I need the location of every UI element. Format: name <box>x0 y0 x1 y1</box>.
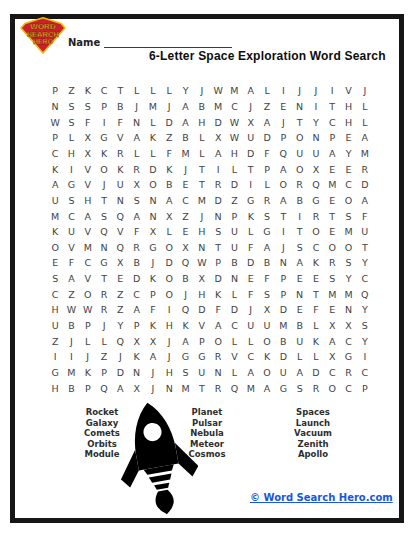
grid-cell: Q <box>177 255 193 271</box>
grid-cell: S <box>63 193 79 209</box>
grid-cell: J <box>177 161 193 177</box>
grid-cell: S <box>340 208 356 224</box>
grid-cell: C <box>63 208 79 224</box>
grid-cell: J <box>357 83 373 99</box>
grid-cell: K <box>308 255 324 271</box>
grid-cell: R <box>308 208 324 224</box>
grid-cell: X <box>243 114 259 130</box>
grid-cell: N <box>128 365 144 381</box>
grid-cell: U <box>308 146 324 162</box>
grid-cell: L <box>194 130 210 146</box>
grid-cell: C <box>308 239 324 255</box>
grid-cell: D <box>308 365 324 381</box>
grid-cell: A <box>291 255 307 271</box>
grid-cell: L <box>226 286 242 302</box>
grid-cell: L <box>128 146 144 162</box>
grid-cell: U <box>275 365 291 381</box>
word-search-hero-logo: WORD SEARCH HERO <box>20 17 66 54</box>
grid-cell: E <box>243 271 259 287</box>
grid-cell: N <box>210 208 226 224</box>
grid-cell: A <box>275 193 291 209</box>
grid-cell: Q <box>96 380 112 396</box>
grid-cell: J <box>96 177 112 193</box>
grid-cell: L <box>259 177 275 193</box>
grid-cell: P <box>275 130 291 146</box>
grid-cell: T <box>96 193 112 209</box>
grid-cell: E <box>47 255 63 271</box>
grid-cell: U <box>226 239 242 255</box>
grid-cell: F <box>112 114 128 130</box>
grid-cell: X <box>112 255 128 271</box>
grid-cell: S <box>259 208 275 224</box>
grid-cell: E <box>112 271 128 287</box>
grid-cell: N <box>128 114 144 130</box>
grid-cell: F <box>80 114 96 130</box>
grid-cell: M <box>210 99 226 115</box>
grid-cell: A <box>210 318 226 334</box>
grid-cell: L <box>63 130 79 146</box>
grid-cell: D <box>243 255 259 271</box>
grid-cell: S <box>340 255 356 271</box>
grid-cell: F <box>243 239 259 255</box>
grid-cell: O <box>340 239 356 255</box>
grid-cell: S <box>210 224 226 240</box>
grid-cell: L <box>308 349 324 365</box>
grid-cell: X <box>177 239 193 255</box>
grid-cell: D <box>357 177 373 193</box>
grid-cell: Q <box>357 286 373 302</box>
grid-cell: J <box>275 239 291 255</box>
grid-cell: V <box>112 224 128 240</box>
grid-cell: O <box>291 161 307 177</box>
grid-cell: Z <box>177 208 193 224</box>
grid-cell: A <box>291 365 307 381</box>
grid-cell: H <box>340 99 356 115</box>
grid-cell: M <box>177 146 193 162</box>
grid-cell: N <box>96 239 112 255</box>
grid-cell: C <box>340 333 356 349</box>
grid-cell: A <box>259 380 275 396</box>
grid-cell: A <box>259 114 275 130</box>
grid-cell: C <box>243 349 259 365</box>
grid-cell: D <box>226 302 242 318</box>
grid-cell: P <box>47 130 63 146</box>
grid-cell: F <box>308 302 324 318</box>
rocket-flame <box>154 489 176 516</box>
logo-text-hero: HERO <box>33 38 54 45</box>
grid-cell: J <box>96 318 112 334</box>
grid-cell: V <box>80 177 96 193</box>
grid-cell: N <box>275 255 291 271</box>
grid-cell: C <box>324 365 340 381</box>
grid-cell: L <box>145 83 161 99</box>
grid-cell: X <box>308 161 324 177</box>
grid-cell: S <box>324 271 340 287</box>
grid-cell: O <box>161 239 177 255</box>
grid-cell: E <box>324 193 340 209</box>
grid-cell: X <box>145 224 161 240</box>
grid-cell: N <box>291 99 307 115</box>
grid-cell: S <box>259 286 275 302</box>
grid-cell: K <box>47 161 63 177</box>
grid-cell: J <box>145 380 161 396</box>
grid-cell: X <box>324 318 340 334</box>
grid-cell: L <box>226 333 242 349</box>
grid-cell: O <box>259 365 275 381</box>
grid-cell: P <box>47 83 63 99</box>
grid-cell: O <box>324 239 340 255</box>
grid-cell: N <box>112 193 128 209</box>
grid-cell: S <box>291 239 307 255</box>
grid-cell: U <box>112 177 128 193</box>
grid-cell: T <box>291 224 307 240</box>
grid-cell: J <box>112 349 128 365</box>
grid-cell: L <box>145 114 161 130</box>
grid-cell: B <box>63 380 79 396</box>
page-title: 6-Letter Space Exploration Word Search <box>149 49 386 63</box>
grid-cell: B <box>161 177 177 193</box>
grid-cell: F <box>243 286 259 302</box>
grid-cell: J <box>63 333 79 349</box>
grid-cell: G <box>96 130 112 146</box>
grid-cell: F <box>259 271 275 287</box>
grid-cell: N <box>194 239 210 255</box>
grid-cell: L <box>357 114 373 130</box>
grid-cell: K <box>243 208 259 224</box>
grid-cell: T <box>357 239 373 255</box>
grid-cell: U <box>291 333 307 349</box>
grid-cell: G <box>145 239 161 255</box>
grid-cell: C <box>357 365 373 381</box>
grid-cell: T <box>275 208 291 224</box>
grid-cell: I <box>96 114 112 130</box>
grid-cell: O <box>324 380 340 396</box>
grid-cell: Z <box>63 83 79 99</box>
grid-cell: L <box>80 333 96 349</box>
grid-cell: R <box>291 177 307 193</box>
grid-cell: Y <box>177 83 193 99</box>
grid-cell: A <box>128 208 144 224</box>
grid-cell: P <box>275 286 291 302</box>
grid-cell: R <box>357 161 373 177</box>
grid-cell: L <box>226 365 242 381</box>
grid-cell: D <box>128 271 144 287</box>
rocket-nozzle-3 <box>154 483 170 490</box>
grid-cell: R <box>308 380 324 396</box>
grid-cell: M <box>80 239 96 255</box>
grid-cell: M <box>226 83 242 99</box>
grid-cell: Y <box>340 271 356 287</box>
grid-cell: H <box>226 146 242 162</box>
grid-cell: H <box>161 318 177 334</box>
grid-cell: T <box>308 286 324 302</box>
grid-cell: M <box>357 146 373 162</box>
grid-cell: S <box>63 99 79 115</box>
grid-cell: U <box>47 318 63 334</box>
word-list-item: Zenith <box>267 439 359 450</box>
grid-cell: G <box>340 349 356 365</box>
grid-cell: O <box>80 286 96 302</box>
grid-cell: N <box>161 380 177 396</box>
grid-cell: D <box>210 114 226 130</box>
grid-cell: O <box>340 193 356 209</box>
grid-cell: G <box>243 193 259 209</box>
grid-cell: F <box>210 302 226 318</box>
grid-cell: R <box>340 365 356 381</box>
grid-cell: J <box>243 302 259 318</box>
grid-cell: T <box>194 380 210 396</box>
grid-cell: P <box>226 208 242 224</box>
grid-cell: R <box>96 302 112 318</box>
grid-cell: K <box>96 146 112 162</box>
name-row: Name <box>68 35 232 48</box>
grid-cell: V <box>80 271 96 287</box>
grid-cell: O <box>47 239 63 255</box>
grid-cell: D <box>210 193 226 209</box>
grid-cell: H <box>194 286 210 302</box>
grid-cell: X <box>259 302 275 318</box>
grid-cell: X <box>340 318 356 334</box>
grid-cell: D <box>243 146 259 162</box>
grid-cell: N <box>308 130 324 146</box>
grid-cell: L <box>243 333 259 349</box>
grid-cell: I <box>275 83 291 99</box>
grid-cell: Q <box>275 146 291 162</box>
grid-cell: U <box>259 318 275 334</box>
grid-cell: D <box>275 302 291 318</box>
grid-cell: E <box>177 177 193 193</box>
grid-cell: W <box>47 114 63 130</box>
grid-cell: K <box>210 286 226 302</box>
grid-cell: T <box>96 271 112 287</box>
grid-cell: J <box>161 99 177 115</box>
grid-cell: K <box>161 161 177 177</box>
grid-cell: N <box>210 365 226 381</box>
grid-cell: T <box>291 114 307 130</box>
grid-cell: L <box>128 83 144 99</box>
word-search-hero-link[interactable]: © Word Search Hero.com <box>250 492 393 503</box>
grid-cell: D <box>194 302 210 318</box>
grid-cell: G <box>308 193 324 209</box>
grid-cell: K <box>145 318 161 334</box>
grid-cell: J <box>145 255 161 271</box>
grid-cell: K <box>259 349 275 365</box>
grid-cell: J <box>243 99 259 115</box>
grid-cell: P <box>96 365 112 381</box>
grid-cell: O <box>161 271 177 287</box>
grid-cell: P <box>324 130 340 146</box>
grid-cell: M <box>63 365 79 381</box>
grid-cell: C <box>226 318 242 334</box>
grid-cell: Q <box>96 224 112 240</box>
grid-cell: M <box>145 99 161 115</box>
grid-cell: C <box>128 286 144 302</box>
grid-cell: P <box>210 255 226 271</box>
grid-cell: F <box>259 146 275 162</box>
word-list-item: Apollo <box>267 449 359 460</box>
grid-cell: E <box>324 302 340 318</box>
grid-cell: G <box>96 255 112 271</box>
grid-cell: Y <box>357 302 373 318</box>
grid-cell: L <box>145 146 161 162</box>
grid-cell: I <box>324 83 340 99</box>
grid-cell: J <box>291 83 307 99</box>
grid-cell: N <box>47 99 63 115</box>
grid-cell: P <box>275 271 291 287</box>
grid-cell: R <box>112 146 128 162</box>
grid-cell: B <box>112 99 128 115</box>
grid-cell: O <box>210 333 226 349</box>
grid-cell: F <box>357 208 373 224</box>
grid-cell: Q <box>112 239 128 255</box>
grid-cell: S <box>291 380 307 396</box>
grid-cell: G <box>177 349 193 365</box>
word-list-item: Vacuum <box>267 428 359 439</box>
grid-cell: A <box>243 83 259 99</box>
grid-cell: X <box>161 208 177 224</box>
grid-cell: Q <box>112 208 128 224</box>
grid-cell: L <box>243 224 259 240</box>
grid-cell: Q <box>177 302 193 318</box>
grid-cell: Y <box>357 333 373 349</box>
grid-cell: H <box>47 302 63 318</box>
grid-cell: G <box>259 224 275 240</box>
grid-cell: K <box>308 333 324 349</box>
grid-cell: J <box>80 349 96 365</box>
grid-cell: C <box>340 380 356 396</box>
grid-cell: A <box>145 349 161 365</box>
grid-cell: V <box>340 83 356 99</box>
grid-cell: U <box>226 224 242 240</box>
grid-cell: D <box>145 161 161 177</box>
name-label: Name <box>68 37 100 48</box>
grid-cell: E <box>340 130 356 146</box>
grid-cell: P <box>145 286 161 302</box>
grid-cell: R <box>210 349 226 365</box>
grid-cell: M <box>340 224 356 240</box>
grid-cell: L <box>96 333 112 349</box>
grid-cell: J <box>161 349 177 365</box>
grid-cell: X <box>210 130 226 146</box>
grid-cell: D <box>275 349 291 365</box>
grid-cell: V <box>226 349 242 365</box>
grid-cell: J <box>308 83 324 99</box>
grid-cell: C <box>47 146 63 162</box>
grid-cell: J <box>275 114 291 130</box>
grid-cell: B <box>177 130 193 146</box>
rocket-illustration <box>116 400 198 517</box>
grid-cell: C <box>357 271 373 287</box>
grid-cell: D <box>161 114 177 130</box>
grid-cell: N <box>145 208 161 224</box>
grid-cell: J <box>128 99 144 115</box>
grid-cell: A <box>177 333 193 349</box>
rocket-nozzle-2 <box>149 473 173 483</box>
grid-cell: Z <box>63 286 79 302</box>
grid-cell: U <box>194 365 210 381</box>
grid-cell: A <box>243 365 259 381</box>
grid-cell: E <box>324 224 340 240</box>
grid-cell: I <box>210 161 226 177</box>
grid-cell: N <box>340 302 356 318</box>
grid-cell: K <box>112 161 128 177</box>
grid-cell: A <box>128 130 144 146</box>
letter-grid: PZKCTLLLYJWMALIJJIVJNSSPBJMJABMCJZENITHL… <box>47 83 373 396</box>
grid-cell: P <box>80 380 96 396</box>
grid-cell: T <box>324 99 340 115</box>
grid-cell: L <box>357 99 373 115</box>
grid-cell: M <box>47 208 63 224</box>
grid-cell: A <box>210 146 226 162</box>
grid-cell: R <box>210 380 226 396</box>
grid-cell: U <box>291 146 307 162</box>
grid-cell: M <box>324 177 340 193</box>
grid-cell: X <box>128 177 144 193</box>
grid-cell: L <box>194 146 210 162</box>
grid-cell: U <box>47 193 63 209</box>
grid-cell: G <box>63 177 79 193</box>
grid-cell: S <box>357 318 373 334</box>
grid-cell: T <box>112 83 128 99</box>
grid-cell: P <box>259 161 275 177</box>
grid-cell: O <box>161 286 177 302</box>
grid-cell: C <box>177 193 193 209</box>
grid-cell: X <box>128 380 144 396</box>
grid-cell: S <box>80 99 96 115</box>
grid-cell: W <box>63 302 79 318</box>
grid-cell: M <box>324 286 340 302</box>
grid-cell: D <box>259 130 275 146</box>
grid-cell: Z <box>161 130 177 146</box>
word-list-item: Launch <box>267 418 359 429</box>
grid-cell: A <box>63 271 79 287</box>
grid-cell: F <box>161 146 177 162</box>
grid-cell: V <box>63 239 79 255</box>
grid-cell: Y <box>340 146 356 162</box>
grid-cell: I <box>243 177 259 193</box>
grid-cell: F <box>145 302 161 318</box>
grid-cell: X <box>194 271 210 287</box>
grid-cell: Z <box>96 349 112 365</box>
grid-cell: E <box>340 161 356 177</box>
grid-cell: O <box>308 224 324 240</box>
grid-cell: X <box>324 349 340 365</box>
grid-cell: O <box>96 161 112 177</box>
grid-cell: R <box>128 239 144 255</box>
grid-cell: K <box>128 349 144 365</box>
grid-cell: O <box>259 333 275 349</box>
grid-cell: V <box>80 161 96 177</box>
grid-cell: M <box>340 286 356 302</box>
grid-cell: E <box>291 271 307 287</box>
grid-cell: J <box>177 286 193 302</box>
grid-cell: C <box>47 286 63 302</box>
grid-cell: I <box>291 208 307 224</box>
grid-cell: W <box>210 83 226 99</box>
grid-cell: A <box>128 302 144 318</box>
grid-cell: Z <box>259 99 275 115</box>
grid-cell: I <box>275 224 291 240</box>
grid-cell: B <box>291 193 307 209</box>
grid-cell: B <box>226 255 242 271</box>
grid-cell: D <box>112 365 128 381</box>
grid-cell: V <box>80 224 96 240</box>
grid-cell: S <box>63 114 79 130</box>
grid-cell: Q <box>112 333 128 349</box>
grid-cell: U <box>243 318 259 334</box>
grid-cell: G <box>275 380 291 396</box>
grid-cell: H <box>63 146 79 162</box>
